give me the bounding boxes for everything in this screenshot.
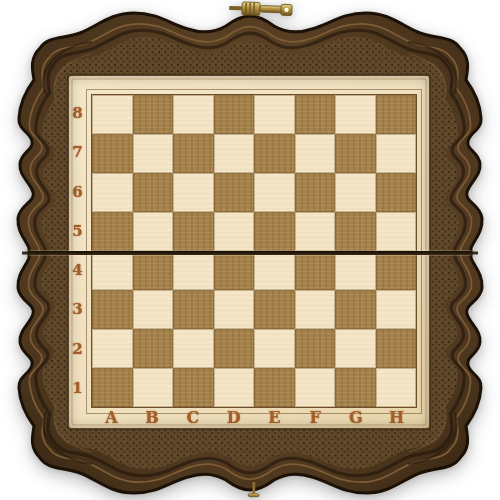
rank-label-2: 2 (65, 330, 90, 369)
rank-label-6: 6 (65, 173, 90, 212)
rank-label-7: 7 (65, 133, 90, 172)
square-a6[interactable] (92, 173, 133, 212)
square-c4[interactable] (173, 251, 214, 290)
square-g8[interactable] (335, 95, 376, 134)
square-a7[interactable] (92, 134, 133, 173)
square-b7[interactable] (133, 134, 174, 173)
square-b2[interactable] (133, 329, 174, 368)
square-e7[interactable] (254, 134, 295, 173)
file-label-c: C (173, 406, 214, 429)
square-c3[interactable] (173, 290, 214, 329)
board-grid (91, 94, 417, 408)
square-f2[interactable] (295, 329, 336, 368)
square-e2[interactable] (254, 329, 295, 368)
square-f8[interactable] (295, 95, 336, 134)
square-c1[interactable] (173, 368, 214, 407)
square-d3[interactable] (214, 290, 255, 329)
square-a2[interactable] (92, 329, 133, 368)
square-b4[interactable] (133, 251, 174, 290)
file-label-a: A (91, 406, 132, 429)
square-c5[interactable] (173, 212, 214, 251)
square-a4[interactable] (92, 251, 133, 290)
square-b3[interactable] (133, 290, 174, 329)
square-c7[interactable] (173, 134, 214, 173)
square-g1[interactable] (335, 368, 376, 407)
square-d8[interactable] (214, 95, 255, 134)
square-e3[interactable] (254, 290, 295, 329)
square-c8[interactable] (173, 95, 214, 134)
brass-latch-icon (229, 1, 292, 16)
square-g5[interactable] (335, 212, 376, 251)
square-g6[interactable] (335, 173, 376, 212)
square-h3[interactable] (376, 290, 417, 329)
square-d6[interactable] (214, 173, 255, 212)
square-e5[interactable] (254, 212, 295, 251)
square-b6[interactable] (133, 173, 174, 212)
square-g3[interactable] (335, 290, 376, 329)
square-e8[interactable] (254, 95, 295, 134)
file-label-h: H (376, 406, 417, 429)
file-label-f: F (295, 406, 336, 429)
square-h7[interactable] (376, 134, 417, 173)
rank-label-3: 3 (65, 290, 90, 329)
square-d2[interactable] (214, 329, 255, 368)
square-f4[interactable] (295, 251, 336, 290)
square-g2[interactable] (335, 329, 376, 368)
square-a3[interactable] (92, 290, 133, 329)
square-a8[interactable] (92, 95, 133, 134)
square-c2[interactable] (173, 329, 214, 368)
file-labels: ABCDEFGH (91, 406, 417, 429)
file-label-b: B (132, 406, 173, 429)
square-c6[interactable] (173, 173, 214, 212)
square-f1[interactable] (295, 368, 336, 407)
square-f3[interactable] (295, 290, 336, 329)
square-g4[interactable] (335, 251, 376, 290)
square-d5[interactable] (214, 212, 255, 251)
square-h8[interactable] (376, 95, 417, 134)
square-b5[interactable] (133, 212, 174, 251)
square-d4[interactable] (214, 251, 255, 290)
square-f7[interactable] (295, 134, 336, 173)
rank-label-1: 1 (65, 369, 90, 408)
square-b1[interactable] (133, 368, 174, 407)
square-d1[interactable] (214, 368, 255, 407)
square-e6[interactable] (254, 173, 295, 212)
file-label-e: E (254, 406, 295, 429)
rank-label-5: 5 (65, 212, 90, 251)
square-a5[interactable] (92, 212, 133, 251)
square-h4[interactable] (376, 251, 417, 290)
square-h2[interactable] (376, 329, 417, 368)
rank-label-4: 4 (65, 251, 90, 290)
square-f5[interactable] (295, 212, 336, 251)
file-label-g: G (336, 406, 377, 429)
square-b8[interactable] (133, 95, 174, 134)
rank-labels: 87654321 (65, 94, 90, 408)
square-e1[interactable] (254, 368, 295, 407)
square-h1[interactable] (376, 368, 417, 407)
square-e4[interactable] (254, 251, 295, 290)
square-h6[interactable] (376, 173, 417, 212)
folding-chess-board: 87654321 ABCDEFGH (0, 0, 500, 500)
square-a1[interactable] (92, 368, 133, 407)
rank-label-8: 8 (65, 94, 90, 133)
square-d7[interactable] (214, 134, 255, 173)
square-g7[interactable] (335, 134, 376, 173)
square-h5[interactable] (376, 212, 417, 251)
file-label-d: D (213, 406, 254, 429)
square-f6[interactable] (295, 173, 336, 212)
